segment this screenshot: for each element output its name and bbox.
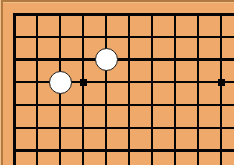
- white-stone: [95, 48, 118, 71]
- white-stone: [49, 71, 72, 94]
- go-board: [3, 3, 233, 162]
- star-point: [80, 79, 87, 86]
- star-point: [218, 79, 225, 86]
- go-board-diagram: [0, 0, 234, 165]
